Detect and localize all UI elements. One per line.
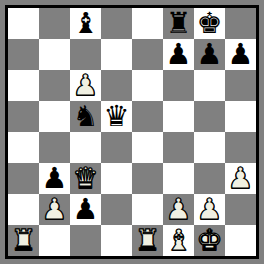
square-g3[interactable]	[194, 163, 225, 194]
square-f3[interactable]	[163, 163, 194, 194]
square-b4[interactable]	[39, 132, 70, 163]
square-g2[interactable]: ♟	[194, 194, 225, 225]
square-e3[interactable]	[132, 163, 163, 194]
black-pawn-icon[interactable]: ♟	[42, 163, 68, 194]
black-pawn-icon[interactable]: ♟	[228, 39, 254, 70]
square-e2[interactable]	[132, 194, 163, 225]
square-c2[interactable]: ♟	[70, 194, 101, 225]
square-a7[interactable]	[8, 39, 39, 70]
white-queen-icon[interactable]: ♛	[73, 163, 99, 194]
white-bishop-icon[interactable]: ♝	[166, 225, 192, 256]
black-bishop-icon[interactable]: ♝	[73, 8, 99, 39]
square-h4[interactable]	[225, 132, 256, 163]
square-c3[interactable]: ♛	[70, 163, 101, 194]
square-d3[interactable]	[101, 163, 132, 194]
square-h5[interactable]	[225, 101, 256, 132]
square-f7[interactable]: ♟	[163, 39, 194, 70]
square-e5[interactable]	[132, 101, 163, 132]
square-b2[interactable]: ♟	[39, 194, 70, 225]
white-pawn-icon[interactable]: ♟	[197, 194, 223, 225]
white-king-icon[interactable]: ♚	[197, 225, 223, 256]
square-h2[interactable]	[225, 194, 256, 225]
square-d4[interactable]	[101, 132, 132, 163]
square-e4[interactable]	[132, 132, 163, 163]
square-c4[interactable]	[70, 132, 101, 163]
square-a6[interactable]	[8, 70, 39, 101]
square-g4[interactable]	[194, 132, 225, 163]
square-a1[interactable]: ♜	[8, 225, 39, 256]
white-rook-icon[interactable]: ♜	[11, 225, 37, 256]
square-c1[interactable]	[70, 225, 101, 256]
square-b6[interactable]	[39, 70, 70, 101]
square-e1[interactable]: ♜	[132, 225, 163, 256]
square-a8[interactable]	[8, 8, 39, 39]
white-pawn-icon[interactable]: ♟	[228, 163, 254, 194]
square-d1[interactable]	[101, 225, 132, 256]
square-f1[interactable]: ♝	[163, 225, 194, 256]
square-g1[interactable]: ♚	[194, 225, 225, 256]
square-d7[interactable]	[101, 39, 132, 70]
square-c8[interactable]: ♝	[70, 8, 101, 39]
square-d6[interactable]	[101, 70, 132, 101]
board-margin: ♝♜♚♟♟♟♟♞♛♟♛♟♟♟♟♟♜♜♝♚	[0, 0, 264, 264]
square-d2[interactable]	[101, 194, 132, 225]
square-a2[interactable]	[8, 194, 39, 225]
black-pawn-icon[interactable]: ♟	[197, 39, 223, 70]
square-b3[interactable]: ♟	[39, 163, 70, 194]
square-b8[interactable]	[39, 8, 70, 39]
black-king-icon[interactable]: ♚	[197, 8, 223, 39]
square-g8[interactable]: ♚	[194, 8, 225, 39]
square-a3[interactable]	[8, 163, 39, 194]
black-queen-icon[interactable]: ♛	[104, 101, 130, 132]
square-e7[interactable]	[132, 39, 163, 70]
square-f8[interactable]: ♜	[163, 8, 194, 39]
square-d5[interactable]: ♛	[101, 101, 132, 132]
white-pawn-icon[interactable]: ♟	[166, 194, 192, 225]
black-knight-icon[interactable]: ♞	[73, 101, 99, 132]
square-h3[interactable]: ♟	[225, 163, 256, 194]
square-h8[interactable]	[225, 8, 256, 39]
square-c6[interactable]: ♟	[70, 70, 101, 101]
square-f6[interactable]	[163, 70, 194, 101]
white-rook-icon[interactable]: ♜	[135, 225, 161, 256]
white-pawn-icon[interactable]: ♟	[73, 70, 99, 101]
square-c7[interactable]	[70, 39, 101, 70]
square-f2[interactable]: ♟	[163, 194, 194, 225]
square-h1[interactable]	[225, 225, 256, 256]
square-f4[interactable]	[163, 132, 194, 163]
square-b1[interactable]	[39, 225, 70, 256]
square-e8[interactable]	[132, 8, 163, 39]
square-e6[interactable]	[132, 70, 163, 101]
square-f5[interactable]	[163, 101, 194, 132]
square-a4[interactable]	[8, 132, 39, 163]
square-g6[interactable]	[194, 70, 225, 101]
square-b5[interactable]	[39, 101, 70, 132]
square-b7[interactable]	[39, 39, 70, 70]
board-frame: ♝♜♚♟♟♟♟♞♛♟♛♟♟♟♟♟♜♜♝♚	[5, 5, 259, 259]
chess-board: ♝♜♚♟♟♟♟♞♛♟♛♟♟♟♟♟♜♜♝♚	[8, 8, 256, 256]
square-a5[interactable]	[8, 101, 39, 132]
white-pawn-icon[interactable]: ♟	[42, 194, 68, 225]
black-pawn-icon[interactable]: ♟	[73, 194, 99, 225]
black-pawn-icon[interactable]: ♟	[166, 39, 192, 70]
square-g5[interactable]	[194, 101, 225, 132]
black-rook-icon[interactable]: ♜	[166, 8, 192, 39]
square-c5[interactable]: ♞	[70, 101, 101, 132]
square-d8[interactable]	[101, 8, 132, 39]
square-h7[interactable]: ♟	[225, 39, 256, 70]
square-h6[interactable]	[225, 70, 256, 101]
square-g7[interactable]: ♟	[194, 39, 225, 70]
